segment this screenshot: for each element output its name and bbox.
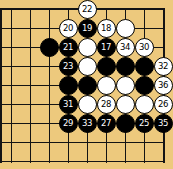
stone-black-plain bbox=[135, 57, 154, 76]
stone-white-plain bbox=[78, 38, 97, 57]
stone-white-22: 22 bbox=[78, 0, 97, 19]
stone-white-plain bbox=[97, 76, 116, 95]
grid-hline bbox=[0, 161, 165, 162]
stone-black-plain bbox=[40, 38, 59, 57]
stone-black-33: 33 bbox=[78, 114, 97, 133]
stone-black-21: 21 bbox=[59, 38, 78, 57]
grid-hline bbox=[0, 142, 165, 143]
stone-white-plain bbox=[116, 19, 135, 38]
stone-move-number: 35 bbox=[158, 118, 168, 127]
stone-white-plain bbox=[135, 95, 154, 114]
stone-move-number: 27 bbox=[101, 118, 111, 127]
stone-move-number: 36 bbox=[158, 80, 168, 89]
stone-white-36: 36 bbox=[154, 76, 173, 95]
stone-black-plain bbox=[59, 76, 78, 95]
stone-white-20: 20 bbox=[59, 19, 78, 38]
stone-white-plain bbox=[78, 95, 97, 114]
stone-move-number: 21 bbox=[63, 42, 73, 51]
stone-move-number: 29 bbox=[63, 118, 73, 127]
stone-black-plain bbox=[116, 114, 135, 133]
grid-vline bbox=[11, 8, 12, 163]
stone-white-28: 28 bbox=[97, 95, 116, 114]
stone-white-34: 34 bbox=[116, 38, 135, 57]
go-board: 22201918211734302332363128262933272535 bbox=[0, 0, 173, 169]
stone-move-number: 22 bbox=[82, 4, 92, 13]
stone-move-number: 28 bbox=[101, 99, 111, 108]
stone-move-number: 31 bbox=[63, 99, 73, 108]
stone-black-23: 23 bbox=[59, 57, 78, 76]
stone-black-31: 31 bbox=[59, 95, 78, 114]
stone-move-number: 30 bbox=[139, 42, 149, 51]
stone-black-17: 17 bbox=[97, 38, 116, 57]
stone-white-plain bbox=[116, 95, 135, 114]
stone-move-number: 23 bbox=[63, 61, 73, 70]
stone-black-27: 27 bbox=[97, 114, 116, 133]
stone-move-number: 26 bbox=[158, 99, 168, 108]
stone-move-number: 33 bbox=[82, 118, 92, 127]
stone-white-26: 26 bbox=[154, 95, 173, 114]
stone-black-plain bbox=[97, 57, 116, 76]
stone-move-number: 18 bbox=[101, 23, 111, 32]
stone-move-number: 34 bbox=[120, 42, 130, 51]
stone-white-plain bbox=[78, 57, 97, 76]
stone-black-plain bbox=[116, 57, 135, 76]
stone-move-number: 17 bbox=[101, 42, 111, 51]
stone-black-29: 29 bbox=[59, 114, 78, 133]
stone-move-number: 32 bbox=[158, 61, 168, 70]
stone-move-number: 25 bbox=[139, 118, 149, 127]
stone-black-35: 35 bbox=[154, 114, 173, 133]
stone-white-32: 32 bbox=[154, 57, 173, 76]
grid-vline bbox=[49, 8, 50, 163]
stone-white-30: 30 bbox=[135, 38, 154, 57]
left-crop-edge-line bbox=[0, 8, 2, 163]
stone-black-19: 19 bbox=[78, 19, 97, 38]
stone-white-18: 18 bbox=[97, 19, 116, 38]
grid-vline bbox=[30, 8, 31, 163]
stone-black-plain bbox=[78, 76, 97, 95]
stone-move-number: 20 bbox=[63, 23, 73, 32]
stone-black-25: 25 bbox=[135, 114, 154, 133]
stone-black-plain bbox=[135, 76, 154, 95]
stone-white-plain bbox=[116, 76, 135, 95]
stone-move-number: 19 bbox=[82, 23, 92, 32]
